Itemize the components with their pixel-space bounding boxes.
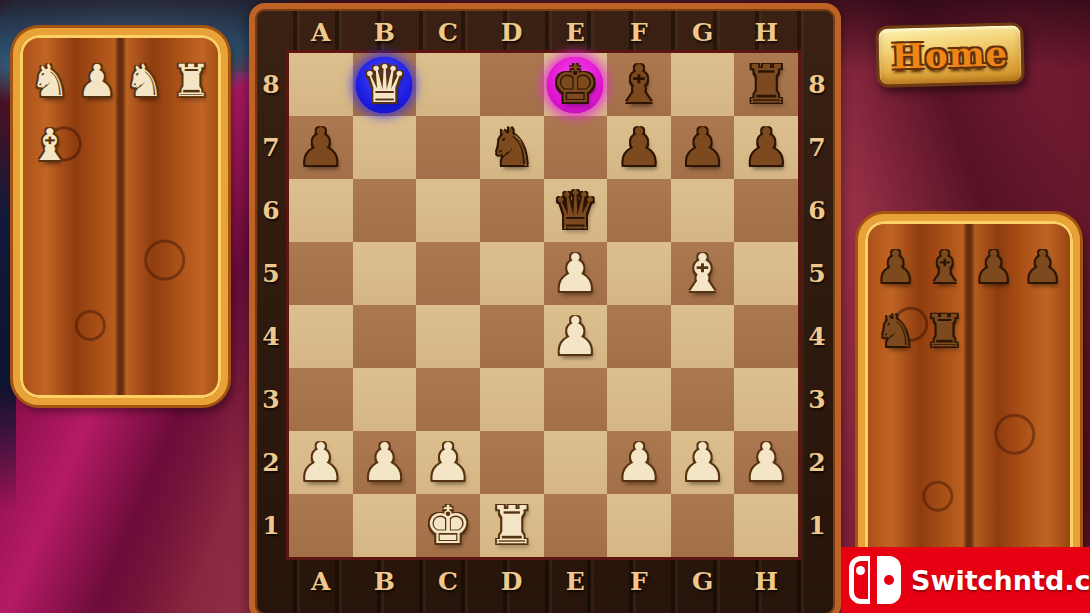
file-label-d: D [480,562,544,600]
square-f8[interactable]: ♝ [607,53,671,116]
rank-labels-left: 87654321 [254,53,288,557]
black-pawn: ♟ [1023,238,1062,296]
square-d6[interactable] [480,179,544,242]
file-label-e: E [544,13,608,51]
rank-label-2: 2 [800,431,834,494]
square-g7[interactable]: ♟ [671,116,735,179]
square-c8[interactable] [416,53,480,116]
white-pawn-g2[interactable]: ♟ [679,431,726,494]
file-label-c: C [416,562,480,600]
joycon-right-icon [877,556,901,604]
white-pawn: ♟ [77,52,116,110]
rank-label-6: 6 [800,179,834,242]
white-bishop-g5[interactable]: ♝ [679,242,726,305]
square-c3[interactable] [416,368,480,431]
black-pawn-a7[interactable]: ♟ [298,116,345,179]
white-pawn-a2[interactable]: ♟ [298,431,345,494]
square-f7[interactable]: ♟ [607,116,671,179]
file-label-f: F [607,562,671,600]
square-h3[interactable] [734,368,798,431]
square-a2[interactable]: ♟ [289,431,353,494]
white-knight: ♞ [30,52,69,110]
square-f4[interactable] [607,305,671,368]
square-d2[interactable] [480,431,544,494]
file-label-b: B [353,13,417,51]
square-c7[interactable] [416,116,480,179]
file-label-a: A [289,562,353,600]
white-king-c1[interactable]: ♚ [425,494,472,557]
file-label-g: G [671,562,735,600]
square-h4[interactable] [734,305,798,368]
black-pawn: ♟ [974,238,1013,296]
square-d5[interactable] [480,242,544,305]
white-pawn-f2[interactable]: ♟ [616,431,663,494]
white-pawn-h2[interactable]: ♟ [743,431,790,494]
square-g1[interactable] [671,494,735,557]
rank-label-3: 3 [254,368,288,431]
file-labels-top: ABCDEFGH [289,13,798,51]
rank-label-1: 1 [800,494,834,557]
square-e8[interactable]: ♚ [544,53,608,116]
captured-black-pieces-tray: ♟♝♟♟♞♜ [858,214,1080,572]
black-knight-d7[interactable]: ♞ [488,116,535,179]
square-b6[interactable] [353,179,417,242]
square-f1[interactable] [607,494,671,557]
square-b7[interactable] [353,116,417,179]
square-d8[interactable] [480,53,544,116]
rank-label-6: 6 [254,179,288,242]
square-f5[interactable] [607,242,671,305]
square-g5[interactable]: ♝ [671,242,735,305]
black-pawn-h7[interactable]: ♟ [743,116,790,179]
square-a4[interactable] [289,305,353,368]
nintendo-switch-icon [849,556,901,604]
rank-label-5: 5 [254,242,288,305]
square-h1[interactable] [734,494,798,557]
chess-board: ♛♚♝♜♟♞♟♟♟♛♟♝♟♟♟♟♟♟♟♚♜ [289,53,798,557]
square-d1[interactable]: ♜ [480,494,544,557]
file-label-f: F [607,13,671,51]
square-d4[interactable] [480,305,544,368]
square-b2[interactable]: ♟ [353,431,417,494]
file-label-a: A [289,13,353,51]
square-e4[interactable]: ♟ [544,305,608,368]
square-d3[interactable] [480,368,544,431]
square-e7[interactable] [544,116,608,179]
square-g4[interactable] [671,305,735,368]
square-h6[interactable] [734,179,798,242]
square-a8[interactable] [289,53,353,116]
white-rook-d1[interactable]: ♜ [488,494,535,557]
square-g8[interactable] [671,53,735,116]
square-e1[interactable] [544,494,608,557]
black-rook: ♜ [925,302,964,360]
white-bishop: ♝ [30,116,69,174]
file-label-d: D [480,13,544,51]
rank-label-1: 1 [254,494,288,557]
watermark-banner: Switchntd.com [841,547,1090,613]
file-label-h: H [734,13,798,51]
square-b4[interactable] [353,305,417,368]
square-e6[interactable]: ♛ [544,179,608,242]
rank-label-7: 7 [800,116,834,179]
square-h2[interactable]: ♟ [734,431,798,494]
square-a3[interactable] [289,368,353,431]
square-c1[interactable]: ♚ [416,494,480,557]
square-e5[interactable]: ♟ [544,242,608,305]
captured-white-pieces-list: ♞♟♞♜♝ [26,49,215,177]
rank-label-4: 4 [800,305,834,368]
square-g3[interactable] [671,368,735,431]
square-d7[interactable]: ♞ [480,116,544,179]
square-c4[interactable] [416,305,480,368]
square-e2[interactable] [544,431,608,494]
square-f6[interactable] [607,179,671,242]
home-button-label: Home [891,33,1008,76]
white-rook: ♜ [172,52,211,110]
square-a1[interactable] [289,494,353,557]
white-pawn-c2[interactable]: ♟ [425,431,472,494]
file-label-e: E [544,562,608,600]
captured-black-pieces-list: ♟♝♟♟♞♜ [871,235,1067,363]
file-label-h: H [734,562,798,600]
chess-game-screen: ♞♟♞♜♝ ♟♝♟♟♞♜ ABCDEFGH ABCDEFGH 87654321 … [0,0,1090,613]
square-e3[interactable] [544,368,608,431]
square-b3[interactable] [353,368,417,431]
square-g6[interactable] [671,179,735,242]
square-b5[interactable] [353,242,417,305]
rank-label-8: 8 [254,53,288,116]
rank-labels-right: 87654321 [800,53,834,557]
square-h5[interactable] [734,242,798,305]
black-queen-e6[interactable]: ♛ [552,179,599,242]
file-label-b: B [353,562,417,600]
square-a7[interactable]: ♟ [289,116,353,179]
black-pawn-g7[interactable]: ♟ [679,116,726,179]
square-c2[interactable]: ♟ [416,431,480,494]
captured-white-pieces-tray: ♞♟♞♜♝ [13,28,228,405]
square-c5[interactable] [416,242,480,305]
black-knight: ♞ [876,302,915,360]
joycon-left-icon [849,556,870,604]
white-pawn-e4[interactable]: ♟ [552,305,599,368]
rank-label-2: 2 [254,431,288,494]
square-b1[interactable] [353,494,417,557]
watermark-site-text: Switchntd.com [911,565,1090,596]
white-knight: ♞ [124,52,163,110]
rank-label-7: 7 [254,116,288,179]
black-rook-h8[interactable]: ♜ [743,53,790,116]
black-king-e8[interactable]: ♚ [552,53,599,116]
square-c6[interactable] [416,179,480,242]
square-a6[interactable] [289,179,353,242]
square-g2[interactable]: ♟ [671,431,735,494]
black-bishop-f8[interactable]: ♝ [616,53,663,116]
black-bishop: ♝ [925,238,964,296]
home-button[interactable]: Home [875,22,1025,88]
file-label-c: C [416,13,480,51]
square-h7[interactable]: ♟ [734,116,798,179]
square-f3[interactable] [607,368,671,431]
rank-label-4: 4 [254,305,288,368]
black-pawn: ♟ [876,238,915,296]
rank-label-8: 8 [800,53,834,116]
rank-label-3: 3 [800,368,834,431]
white-pawn-b2[interactable]: ♟ [361,431,408,494]
square-a5[interactable] [289,242,353,305]
black-pawn-f7[interactable]: ♟ [616,116,663,179]
square-f2[interactable]: ♟ [607,431,671,494]
square-b8[interactable]: ♛ [353,53,417,116]
rank-label-5: 5 [800,242,834,305]
white-queen-b8[interactable]: ♛ [361,53,408,116]
file-labels-bottom: ABCDEFGH [289,562,798,600]
file-label-g: G [671,13,735,51]
white-pawn-e5[interactable]: ♟ [552,242,599,305]
square-h8[interactable]: ♜ [734,53,798,116]
